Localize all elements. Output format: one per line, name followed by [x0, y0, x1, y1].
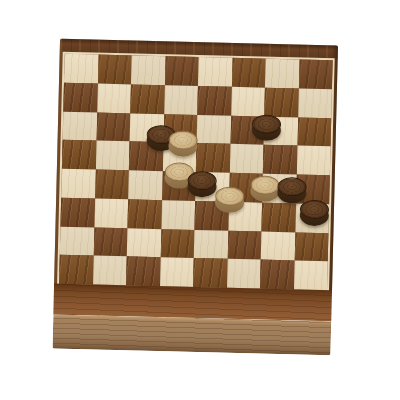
- photo-background: [0, 0, 400, 400]
- checker-piece-light[interactable]: [250, 175, 280, 202]
- checker-piece-dark[interactable]: [187, 171, 217, 198]
- checker-piece-dark[interactable]: [300, 200, 330, 227]
- checker-piece-light[interactable]: [168, 130, 198, 157]
- pieces-layer: [52, 39, 337, 356]
- checkers-board: [52, 39, 337, 356]
- checker-piece-dark[interactable]: [252, 114, 282, 141]
- checker-piece-light[interactable]: [215, 186, 245, 213]
